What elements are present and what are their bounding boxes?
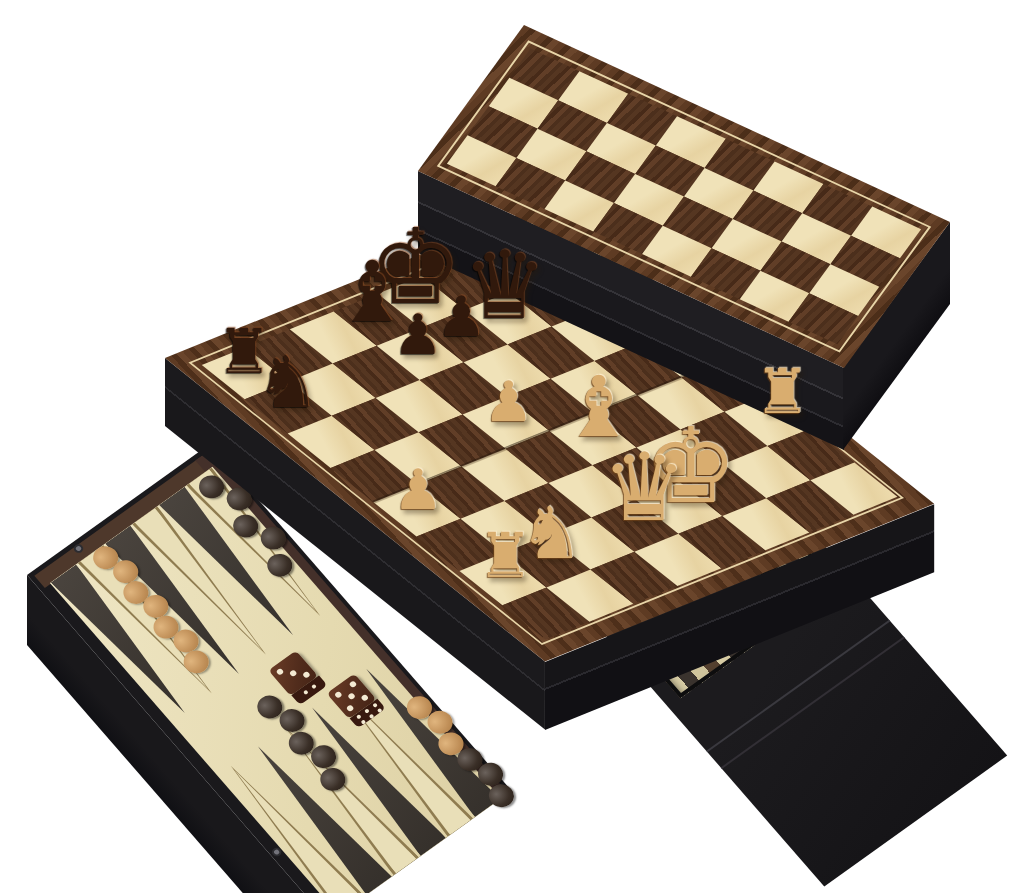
drawer-seam-2: [721, 636, 905, 768]
die-1-front-pip: [311, 684, 317, 689]
die-1-pip: [289, 669, 298, 677]
backgammon-point-upper-3-shape: [105, 525, 252, 683]
die-1-pip: [276, 668, 285, 676]
die-2-front-pip: [356, 714, 362, 719]
die-2-front-pip: [364, 708, 370, 713]
backgammon-point-lower-6-shape: [353, 660, 500, 818]
die-2-pip: [360, 694, 369, 702]
die-2-pip: [346, 704, 355, 712]
die-1-front-pip: [303, 689, 309, 694]
die-2-pip: [334, 691, 343, 699]
die-2-pip: [349, 680, 358, 688]
die-2-front-pip: [372, 702, 378, 707]
die-2-pip: [347, 692, 356, 700]
die-1-pip: [302, 671, 311, 679]
product-photo-scene: ♚♛♝♟♟♜♞♜♟♝♚♟♛♞♜: [0, 0, 1020, 893]
